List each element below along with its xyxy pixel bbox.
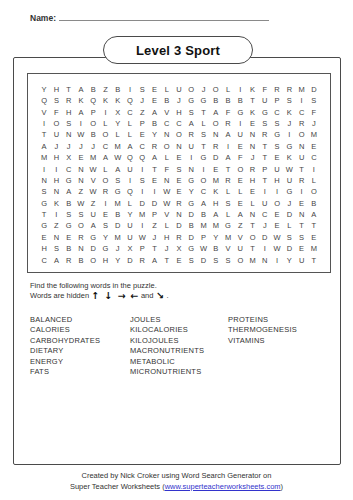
grid-cell: V [234,232,246,243]
grid-cell: I [50,209,62,220]
grid-cell: H [63,107,75,118]
grid-cell: L [99,118,111,129]
grid-cell: U [50,130,62,141]
grid-cell: K [246,84,258,95]
word-list-item: MACRONUTRIENTS [130,346,228,356]
grid-cell: D [283,243,295,254]
grid-cell: S [283,95,295,106]
grid-cell: B [210,95,222,106]
grid-cell: L [161,221,173,232]
direction-arrow-icon: ↓ [105,291,113,301]
grid-cell: T [197,141,209,152]
grid-cell: D [87,243,99,254]
superteacherworksheets-link[interactable]: www.superteacherworksheets.com [165,482,281,491]
grid-cell: R [63,95,75,106]
grid-cell: G [197,95,209,106]
grid-cell: N [161,130,173,141]
grid-cell: A [112,164,124,175]
grid-cell: I [38,118,50,129]
grid-cell: L [222,84,234,95]
grid-cell: N [173,209,185,220]
grid-cell: T [246,243,258,254]
grid-cell: U [271,164,283,175]
grid-cell: K [210,186,222,197]
grid-cell: Y [99,232,111,243]
grid-cell: A [234,209,246,220]
grid-cell: H [99,255,111,266]
instructions-conjunction: and [141,291,154,300]
word-list-column: JOULESKILOCALORIESKILOJOULESMACRONUTRIEN… [130,315,228,377]
word-list-item: FATS [30,367,130,377]
grid-cell: L [308,175,320,186]
direction-arrow-icon: ↑ [92,291,100,301]
grid-cell: L [124,130,136,141]
grid-cell: Y [185,186,197,197]
grid-cell: S [136,175,148,186]
grid-cell: E [136,130,148,141]
grid-cell: Z [234,221,246,232]
grid-cell: A [87,221,99,232]
grid-cell: K [112,95,124,106]
grid-cell: D [185,209,197,220]
grid-cell: M [308,243,320,254]
grid-cell: O [308,186,320,197]
grid-cell: P [259,164,271,175]
grid-cell: Y [112,118,124,129]
grid-cell: E [173,175,185,186]
grid-cell: A [308,209,320,220]
grid-cell: P [87,107,99,118]
grid-cell: B [185,221,197,232]
grid-cell: C [99,141,111,152]
grid-cell: S [50,243,62,254]
grid-cell: Y [283,255,295,266]
grid-cell: S [38,186,50,197]
grid-cell: C [161,118,173,129]
grid-cell: O [210,118,222,129]
footer-line2-prefix: Super Teacher Worksheets ( [70,482,165,491]
grid-cell: R [295,175,307,186]
grid-cell: G [38,221,50,232]
grid-cell: T [308,221,320,232]
grid-cell: H [50,175,62,186]
word-search-grid: YHTABZBISELUOJOLIKFRRMDQSRKQKKQJEBJGGBBB… [38,84,320,266]
grid-cell: S [271,141,283,152]
grid-cell: P [271,95,283,106]
word-list-item: METABOLIC [130,357,228,367]
grid-cell: G [185,243,197,254]
grid-cell: I [99,107,111,118]
grid-cell: O [87,255,99,266]
grid-cell: R [210,141,222,152]
grid-cell: G [283,186,295,197]
page-title: Level 3 Sport [103,36,253,64]
grid-cell: B [63,198,75,209]
grid-cell: T [38,209,50,220]
grid-cell: J [197,84,209,95]
grid-cell: Q [87,95,99,106]
grid-cell: Q [124,186,136,197]
direction-arrow-icon: ← [130,291,138,301]
grid-cell: K [75,95,87,106]
grid-cell: I [271,186,283,197]
grid-cell: J [283,198,295,209]
grid-cell: P [136,118,148,129]
grid-cell: M [87,152,99,163]
grid-cell: L [197,118,209,129]
grid-cell: E [295,243,307,254]
grid-cell: Z [87,198,99,209]
grid-cell: R [185,130,197,141]
grid-cell: C [136,141,148,152]
grid-cell: D [148,198,160,209]
page-title-text: Level 3 Sport [136,43,220,58]
grid-cell: S [210,255,222,266]
grid-cell: M [210,221,222,232]
grid-cell: N [246,141,258,152]
grid-cell: D [173,221,185,232]
word-list-item: VITAMINS [228,336,335,346]
name-label: Name: [30,13,56,23]
grid-cell: Y [112,255,124,266]
grid-cell: E [99,209,111,220]
grid-cell: D [283,209,295,220]
grid-cell: F [308,107,320,118]
word-list-item: CALORIES [30,325,130,335]
word-list-item: ENERGY [30,357,130,367]
grid-cell: N [210,130,222,141]
grid-cell: S [185,107,197,118]
grid-cell: J [63,141,75,152]
grid-cell: R [283,84,295,95]
grid-cell: K [50,198,62,209]
grid-cell: S [295,232,307,243]
grid-cell: A [148,152,160,163]
grid-cell: U [87,209,99,220]
grid-cell: S [99,221,111,232]
grid-cell: F [234,152,246,163]
grid-cell: I [136,164,148,175]
grid-cell: D [112,221,124,232]
grid-cell: E [308,232,320,243]
grid-cell: E [63,232,75,243]
grid-cell: B [197,209,209,220]
grid-cell: B [148,118,160,129]
grid-cell: N [295,141,307,152]
grid-cell: W [283,164,295,175]
grid-cell: L [283,221,295,232]
grid-cell: V [161,209,173,220]
grid-cell: M [210,175,222,186]
grid-cell: J [148,232,160,243]
grid-cell: Z [99,84,111,95]
grid-cell: O [210,84,222,95]
grid-cell: O [173,130,185,141]
grid-cell: A [75,107,87,118]
grid-cell: N [173,141,185,152]
grid-cell: E [308,141,320,152]
grid-cell: E [173,255,185,266]
word-list-item: DIETARY [30,346,130,356]
grid-cell: I [271,255,283,266]
grid-cell: I [234,118,246,129]
grid-cell: M [246,255,258,266]
grid-cell: B [210,243,222,254]
grid-cell: S [283,232,295,243]
grid-cell: M [112,141,124,152]
grid-cell: O [185,84,197,95]
grid-cell: T [148,164,160,175]
grid-cell: S [75,209,87,220]
grid-cell: U [295,255,307,266]
grid-cell: K [246,107,258,118]
grid-cell: Q [136,152,148,163]
grid-cell: H [161,232,173,243]
word-list-item: MICRONUTRIENTS [130,367,228,377]
grid-cell: R [271,84,283,95]
grid-cell: G [259,107,271,118]
grid-cell: S [112,175,124,186]
grid-cell: M [308,130,320,141]
grid-cell: B [63,243,75,254]
grid-cell: M [112,232,124,243]
grid-cell: X [112,107,124,118]
grid-cell: I [234,84,246,95]
grid-cell: R [99,186,111,197]
grid-cell: C [271,107,283,118]
grid-cell: W [271,232,283,243]
grid-cell: S [308,95,320,106]
grid-cell: H [246,175,258,186]
grid-cell: D [197,255,209,266]
grid-cell: C [173,118,185,129]
grid-cell: G [271,130,283,141]
grid-cell: N [246,209,258,220]
grid-cell: M [136,209,148,220]
grid-cell: I [148,186,160,197]
grid-cell: O [246,232,258,243]
grid-cell: C [259,209,271,220]
grid-cell: Q [124,152,136,163]
grid-cell: L [112,130,124,141]
grid-cell: O [197,175,209,186]
grid-cell: Q [124,95,136,106]
word-list-item: KILOJOULES [130,336,228,346]
grid-cell: L [246,198,258,209]
grid-cell: I [99,198,111,209]
grid-cell: G [222,221,234,232]
grid-cell: J [308,118,320,129]
grid-cell: N [161,175,173,186]
instructions-line2: Words are hidden↑↓→←and↘. [30,291,169,301]
grid-cell: A [185,118,197,129]
direction-arrow-icon: → [118,291,126,301]
grid-cell: I [136,221,148,232]
grid-cell: S [50,95,62,106]
grid-cell: L [124,198,136,209]
grid-cell: O [99,175,111,186]
grid-cell: O [87,118,99,129]
word-list-item: JOULES [130,315,228,325]
word-list-item: PROTEINS [228,315,335,325]
grid-cell: R [148,141,160,152]
grid-cell: S [136,84,148,95]
grid-cell: S [222,198,234,209]
grid-cell: M [197,221,209,232]
grid-cell: V [38,107,50,118]
grid-cell: U [185,141,197,152]
grid-cell: Q [38,95,50,106]
grid-cell: F [222,107,234,118]
grid-cell: E [38,232,50,243]
grid-cell: G [63,175,75,186]
grid-cell: D [259,232,271,243]
word-list-column: BALANCEDCALORIESCARBOHYDRATESDIETARYENER… [30,315,130,377]
grid-cell: S [63,118,75,129]
grid-cell: A [50,255,62,266]
grid-cell: C [295,107,307,118]
grid-cell: A [75,84,87,95]
grid-cell: S [63,209,75,220]
grid-cell: J [246,152,258,163]
grid-cell: I [197,164,209,175]
grid-cell: I [124,175,136,186]
grid-cell: O [295,130,307,141]
word-list: BALANCEDCALORIESCARBOHYDRATESDIETARYENER… [30,315,335,377]
grid-cell: V [161,107,173,118]
grid-cell: V [87,175,99,186]
word-list-item: CARBOHYDRATES [30,336,130,346]
grid-cell: I [308,164,320,175]
name-underline [59,11,269,21]
grid-cell: M [222,232,234,243]
grid-cell: I [38,164,50,175]
grid-cell: B [112,84,124,95]
grid-cell: S [185,255,197,266]
grid-cell: N [246,130,258,141]
grid-cell: U [124,221,136,232]
grid-cell: G [185,95,197,106]
grid-cell: N [259,255,271,266]
grid-cell: W [161,186,173,197]
grid-cell: J [136,95,148,106]
grid-cell: D [185,232,197,243]
grid-cell: W [197,243,209,254]
grid-cell: G [185,198,197,209]
grid-cell: H [50,152,62,163]
grid-cell: L [99,164,111,175]
grid-cell: S [173,164,185,175]
grid-cell: R [222,175,234,186]
grid-cell: N [63,130,75,141]
word-list-column: PROTEINSTHERMOGENESISVITAMINS [228,315,335,377]
grid-cell: P [197,232,209,243]
grid-cell: U [234,243,246,254]
grid-cell: A [148,107,160,118]
grid-cell: N [185,164,197,175]
grid-cell: T [246,221,258,232]
grid-cell: R [259,130,271,141]
grid-cell: M [295,84,307,95]
grid-cell: G [234,107,246,118]
grid-cell: T [295,164,307,175]
grid-cell: I [259,186,271,197]
grid-cell: R [246,164,258,175]
grid-cell: D [124,255,136,266]
grid-cell: C [124,107,136,118]
grid-cell: J [259,221,271,232]
grid-cell: S [271,118,283,129]
grid-cell: A [222,152,234,163]
grid-cell: E [295,198,307,209]
grid-cell: I [295,186,307,197]
grid-cell: I [50,164,62,175]
grid-cell: T [197,107,209,118]
grid-cell: J [75,141,87,152]
grid-cell: A [124,141,136,152]
grid-cell: G [87,232,99,243]
grid-cell: M [38,152,50,163]
grid-cell: D [210,152,222,163]
grid-cell: L [222,186,234,197]
grid-cell: L [234,186,246,197]
grid-cell: G [185,175,197,186]
grid-cell: J [87,141,99,152]
grid-cell: I [124,84,136,95]
grid-cell: H [173,107,185,118]
grid-cell: B [222,95,234,106]
grid-cell: R [295,118,307,129]
grid-cell: W [75,130,87,141]
grid-cell: U [259,95,271,106]
grid-cell: J [112,243,124,254]
grid-cell: G [63,221,75,232]
grid-cell: Z [136,107,148,118]
grid-cell: A [63,186,75,197]
grid-cell: I [222,141,234,152]
grid-cell: B [87,84,99,95]
grid-cell: E [173,186,185,197]
grid-cell: A [222,130,234,141]
grid-cell: O [75,221,87,232]
grid-cell: F [259,84,271,95]
grid-cell: T [246,95,258,106]
grid-cell: N [75,175,87,186]
grid-cell: O [50,118,62,129]
grid-cell: T [259,175,271,186]
grid-cell: G [112,186,124,197]
grid-cell: F [161,164,173,175]
grid-cell: D [136,198,148,209]
grid-cell: T [295,221,307,232]
grid-cell: T [222,164,234,175]
grid-cell: R [173,232,185,243]
grid-cell: A [99,152,111,163]
grid-cell: Y [38,84,50,95]
grid-cell: K [99,95,111,106]
grid-cell: G [197,152,209,163]
grid-cell: W [161,198,173,209]
grid-cell: B [112,209,124,220]
grid-cell: N [75,243,87,254]
grid-cell: B [75,255,87,266]
grid-cell: U [124,232,136,243]
grid-cell: O [161,141,173,152]
grid-cell: P [136,243,148,254]
grid-cell: D [308,84,320,95]
grid-cell: E [148,95,160,106]
grid-cell: S [259,118,271,129]
